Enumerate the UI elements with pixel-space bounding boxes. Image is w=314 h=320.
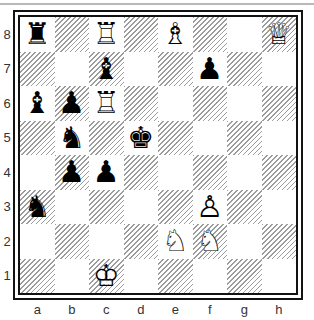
piece-black-pawn-b6[interactable]: ♟	[55, 86, 90, 121]
square-d8[interactable]	[124, 17, 159, 52]
square-b3[interactable]	[55, 190, 90, 225]
file-label-f: f	[193, 302, 228, 318]
square-f8[interactable]	[193, 17, 228, 52]
piece-black-knight-a3[interactable]: ♞	[20, 190, 55, 225]
square-a4[interactable]	[20, 155, 55, 190]
piece-white-king-c1[interactable]: ♚♔	[89, 259, 124, 294]
square-h2[interactable]	[262, 224, 297, 259]
piece-white-queen-h8[interactable]: ♛♕	[262, 17, 297, 52]
square-g6[interactable]	[227, 86, 262, 121]
square-e7[interactable]	[158, 52, 193, 87]
piece-black-pawn-c4[interactable]: ♟	[89, 155, 124, 190]
white-knight-outline: ♘	[158, 224, 193, 259]
rank-label-3: 3	[0, 190, 14, 225]
white-rook-outline: ♖	[89, 17, 124, 52]
square-c2[interactable]	[89, 224, 124, 259]
square-h6[interactable]	[262, 86, 297, 121]
rank-labels: 87654321	[0, 17, 14, 293]
square-c4[interactable]: ♟	[89, 155, 124, 190]
square-g5[interactable]	[227, 121, 262, 156]
chess-board: ♜♜♖♝♗♛♕♝♟♝♟♜♖♞♚♟♟♞♟♙♞♘♞♘♚♔	[20, 17, 296, 293]
file-label-h: h	[262, 302, 297, 318]
square-d2[interactable]	[124, 224, 159, 259]
square-c1[interactable]: ♚♔	[89, 259, 124, 294]
square-h1[interactable]	[262, 259, 297, 294]
square-b6[interactable]: ♟	[55, 86, 90, 121]
square-b1[interactable]	[55, 259, 90, 294]
square-d3[interactable]	[124, 190, 159, 225]
square-h8[interactable]: ♛♕	[262, 17, 297, 52]
chess-board-inner-border: ♜♜♖♝♗♛♕♝♟♝♟♜♖♞♚♟♟♞♟♙♞♘♞♘♚♔	[18, 15, 298, 295]
square-a6[interactable]: ♝	[20, 86, 55, 121]
square-d1[interactable]	[124, 259, 159, 294]
white-pawn-outline: ♙	[193, 190, 228, 225]
square-g7[interactable]	[227, 52, 262, 87]
white-rook-outline: ♖	[89, 86, 124, 121]
square-g4[interactable]	[227, 155, 262, 190]
white-bishop-outline: ♗	[158, 17, 193, 52]
square-h4[interactable]	[262, 155, 297, 190]
square-f2[interactable]: ♞♘	[193, 224, 228, 259]
file-label-e: e	[158, 302, 193, 318]
square-e5[interactable]	[158, 121, 193, 156]
square-f1[interactable]	[193, 259, 228, 294]
square-c3[interactable]	[89, 190, 124, 225]
square-d5[interactable]: ♚	[124, 121, 159, 156]
piece-black-pawn-b4[interactable]: ♟	[55, 155, 90, 190]
rank-label-4: 4	[0, 155, 14, 190]
square-c8[interactable]: ♜♖	[89, 17, 124, 52]
file-labels: abcdefgh	[20, 302, 296, 318]
square-a7[interactable]	[20, 52, 55, 87]
square-g3[interactable]	[227, 190, 262, 225]
file-label-c: c	[89, 302, 124, 318]
rank-label-6: 6	[0, 86, 14, 121]
chess-board-frame: ♜♜♖♝♗♛♕♝♟♝♟♜♖♞♚♟♟♞♟♙♞♘♞♘♚♔	[13, 10, 303, 300]
square-a3[interactable]: ♞	[20, 190, 55, 225]
square-f3[interactable]: ♟♙	[193, 190, 228, 225]
rank-label-1: 1	[0, 259, 14, 294]
piece-white-rook-c6[interactable]: ♜♖	[89, 86, 124, 121]
file-label-d: d	[124, 302, 159, 318]
rank-label-5: 5	[0, 121, 14, 156]
piece-black-bishop-a6[interactable]: ♝	[20, 86, 55, 121]
square-e4[interactable]	[158, 155, 193, 190]
file-label-a: a	[20, 302, 55, 318]
square-d6[interactable]	[124, 86, 159, 121]
square-f5[interactable]	[193, 121, 228, 156]
piece-black-knight-b5[interactable]: ♞	[55, 121, 90, 156]
piece-black-bishop-c7[interactable]: ♝	[89, 52, 124, 87]
square-f4[interactable]	[193, 155, 228, 190]
piece-black-pawn-f7[interactable]: ♟	[193, 52, 228, 87]
square-a5[interactable]	[20, 121, 55, 156]
square-e6[interactable]	[158, 86, 193, 121]
square-b8[interactable]	[55, 17, 90, 52]
white-king-outline: ♔	[89, 259, 124, 294]
square-b5[interactable]: ♞	[55, 121, 90, 156]
top-rule	[0, 3, 314, 5]
square-a1[interactable]	[20, 259, 55, 294]
rank-label-7: 7	[0, 52, 14, 87]
square-d7[interactable]	[124, 52, 159, 87]
file-label-g: g	[227, 302, 262, 318]
square-h5[interactable]	[262, 121, 297, 156]
square-a8[interactable]: ♜	[20, 17, 55, 52]
square-c6[interactable]: ♜♖	[89, 86, 124, 121]
square-d4[interactable]	[124, 155, 159, 190]
square-e1[interactable]	[158, 259, 193, 294]
square-e2[interactable]: ♞♘	[158, 224, 193, 259]
file-label-b: b	[55, 302, 90, 318]
square-b4[interactable]: ♟	[55, 155, 90, 190]
square-h3[interactable]	[262, 190, 297, 225]
square-c7[interactable]: ♝	[89, 52, 124, 87]
square-e8[interactable]: ♝♗	[158, 17, 193, 52]
piece-white-knight-e2[interactable]: ♞♘	[158, 224, 193, 259]
rank-label-8: 8	[0, 17, 14, 52]
square-h7[interactable]	[262, 52, 297, 87]
square-f6[interactable]	[193, 86, 228, 121]
piece-black-king-d5[interactable]: ♚	[124, 121, 159, 156]
rank-label-2: 2	[0, 224, 14, 259]
square-b2[interactable]	[55, 224, 90, 259]
piece-white-pawn-f3[interactable]: ♟♙	[193, 190, 228, 225]
square-e3[interactable]	[158, 190, 193, 225]
square-a2[interactable]	[20, 224, 55, 259]
chess-diagram-page: 87654321 ♜♜♖♝♗♛♕♝♟♝♟♜♖♞♚♟♟♞♟♙♞♘♞♘♚♔ abcd…	[0, 0, 314, 320]
square-g2[interactable]	[227, 224, 262, 259]
square-b7[interactable]	[55, 52, 90, 87]
piece-white-rook-c8[interactable]: ♜♖	[89, 17, 124, 52]
white-knight-outline: ♘	[193, 224, 228, 259]
white-queen-outline: ♕	[262, 17, 297, 52]
square-c5[interactable]	[89, 121, 124, 156]
square-g8[interactable]	[227, 17, 262, 52]
square-g1[interactable]	[227, 259, 262, 294]
piece-white-bishop-e8[interactable]: ♝♗	[158, 17, 193, 52]
piece-black-rook-a8[interactable]: ♜	[20, 17, 55, 52]
piece-white-knight-f2[interactable]: ♞♘	[193, 224, 228, 259]
square-f7[interactable]: ♟	[193, 52, 228, 87]
